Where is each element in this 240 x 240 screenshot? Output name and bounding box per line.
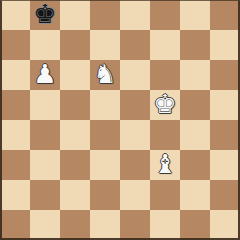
square-d6[interactable]: ♞ [90,60,120,90]
square-a4[interactable] [0,120,30,150]
square-f3[interactable]: ♝ [150,150,180,180]
square-a1[interactable] [0,210,30,240]
square-c3[interactable] [60,150,90,180]
square-a6[interactable] [0,60,30,90]
square-f4[interactable] [150,120,180,150]
square-e5[interactable] [120,90,150,120]
square-b5[interactable] [30,90,60,120]
square-g4[interactable] [180,120,210,150]
square-a2[interactable] [0,180,30,210]
white-bishop-piece[interactable]: ♝ [153,149,176,179]
square-f7[interactable] [150,30,180,60]
square-d5[interactable] [90,90,120,120]
square-c4[interactable] [60,120,90,150]
square-b3[interactable] [30,150,60,180]
square-g7[interactable] [180,30,210,60]
square-e7[interactable] [120,30,150,60]
square-h1[interactable] [210,210,240,240]
square-g5[interactable] [180,90,210,120]
square-g3[interactable] [180,150,210,180]
square-f5[interactable]: ♚ [150,90,180,120]
square-c7[interactable] [60,30,90,60]
square-d2[interactable] [90,180,120,210]
chess-board: ♚♟♞♚♝ [0,0,240,240]
square-c8[interactable] [60,0,90,30]
square-g8[interactable] [180,0,210,30]
square-b7[interactable] [30,30,60,60]
square-e3[interactable] [120,150,150,180]
square-b1[interactable] [30,210,60,240]
square-b2[interactable] [30,180,60,210]
square-b8[interactable]: ♚ [30,0,60,30]
square-a3[interactable] [0,150,30,180]
square-g1[interactable] [180,210,210,240]
square-f8[interactable] [150,0,180,30]
square-c6[interactable] [60,60,90,90]
square-f6[interactable] [150,60,180,90]
white-knight-piece[interactable]: ♞ [93,59,116,89]
square-b6[interactable]: ♟ [30,60,60,90]
square-h3[interactable] [210,150,240,180]
white-pawn-piece[interactable]: ♟ [33,59,56,89]
square-d1[interactable] [90,210,120,240]
square-c1[interactable] [60,210,90,240]
square-h7[interactable] [210,30,240,60]
square-e6[interactable] [120,60,150,90]
square-d3[interactable] [90,150,120,180]
square-e8[interactable] [120,0,150,30]
white-king-piece[interactable]: ♚ [153,89,176,119]
square-g6[interactable] [180,60,210,90]
chess-board-wrapper: ♚♟♞♚♝ [0,0,240,240]
square-h8[interactable] [210,0,240,30]
square-g2[interactable] [180,180,210,210]
square-h5[interactable] [210,90,240,120]
square-a5[interactable] [0,90,30,120]
square-h2[interactable] [210,180,240,210]
square-h6[interactable] [210,60,240,90]
square-b4[interactable] [30,120,60,150]
square-e1[interactable] [120,210,150,240]
square-a8[interactable] [0,0,30,30]
square-f2[interactable] [150,180,180,210]
black-king-piece[interactable]: ♚ [33,0,56,29]
square-e2[interactable] [120,180,150,210]
square-c5[interactable] [60,90,90,120]
square-d7[interactable] [90,30,120,60]
square-h4[interactable] [210,120,240,150]
square-a7[interactable] [0,30,30,60]
square-d4[interactable] [90,120,120,150]
square-e4[interactable] [120,120,150,150]
square-f1[interactable] [150,210,180,240]
square-d8[interactable] [90,0,120,30]
square-c2[interactable] [60,180,90,210]
